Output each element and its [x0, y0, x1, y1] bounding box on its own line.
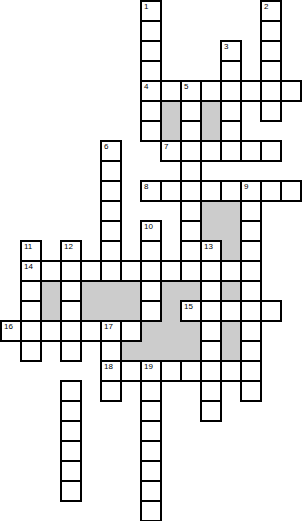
- shaded-cell: [160, 280, 182, 302]
- grid-cell[interactable]: [60, 480, 82, 502]
- grid-cell[interactable]: 5: [180, 80, 202, 102]
- grid-cell[interactable]: [240, 140, 262, 162]
- grid-cell[interactable]: 12: [60, 240, 82, 262]
- clue-number: 10: [144, 222, 153, 231]
- shaded-cell: [140, 320, 162, 342]
- clue-number: 4: [144, 82, 148, 91]
- clue-number: 18: [104, 362, 113, 371]
- grid-cell[interactable]: [160, 180, 182, 202]
- grid-cell[interactable]: 8: [140, 180, 162, 202]
- grid-cell[interactable]: [20, 300, 42, 322]
- shaded-cell: [120, 340, 142, 362]
- grid-cell[interactable]: [140, 60, 162, 82]
- shaded-cell: [120, 280, 142, 302]
- shaded-cell: [100, 300, 122, 322]
- grid-cell[interactable]: [260, 60, 282, 82]
- grid-cell[interactable]: [160, 360, 182, 382]
- clue-number: 3: [224, 42, 228, 51]
- grid-cell[interactable]: [140, 480, 162, 502]
- grid-cell[interactable]: [260, 80, 282, 102]
- grid-cell[interactable]: [200, 360, 222, 382]
- grid-cell[interactable]: 18: [100, 360, 122, 382]
- grid-cell[interactable]: [120, 260, 142, 282]
- clue-number: 7: [164, 142, 168, 151]
- clue-number: 17: [104, 322, 113, 331]
- shaded-cell: [160, 300, 182, 322]
- grid-cell[interactable]: [80, 260, 102, 282]
- grid-cell[interactable]: [240, 340, 262, 362]
- grid-cell[interactable]: [60, 260, 82, 282]
- grid-cell[interactable]: [60, 440, 82, 462]
- grid-cell[interactable]: [140, 20, 162, 42]
- grid-cell[interactable]: [60, 380, 82, 402]
- shaded-cell: [220, 200, 242, 222]
- shaded-cell: [80, 280, 102, 302]
- grid-cell[interactable]: [140, 260, 162, 282]
- grid-cell[interactable]: [240, 80, 262, 102]
- grid-cell[interactable]: 11: [20, 240, 42, 262]
- grid-cell[interactable]: [180, 120, 202, 142]
- grid-cell[interactable]: [140, 280, 162, 302]
- grid-cell[interactable]: [240, 240, 262, 262]
- shaded-cell: [160, 120, 182, 142]
- grid-cell[interactable]: [260, 140, 282, 162]
- grid-cell[interactable]: [120, 320, 142, 342]
- grid-cell[interactable]: 4: [140, 80, 162, 102]
- grid-cell[interactable]: [140, 500, 162, 521]
- shaded-cell: [200, 100, 222, 122]
- grid-cell[interactable]: [200, 320, 222, 342]
- shaded-cell: [180, 280, 202, 302]
- grid-cell[interactable]: [100, 200, 122, 222]
- shaded-cell: [40, 280, 62, 302]
- shaded-cell: [180, 340, 202, 362]
- clue-number: 11: [24, 242, 32, 251]
- clue-number: 13: [204, 242, 213, 251]
- grid-cell[interactable]: [240, 320, 262, 342]
- grid-cell[interactable]: [100, 340, 122, 362]
- grid-cell[interactable]: [160, 80, 182, 102]
- grid-cell[interactable]: [60, 300, 82, 322]
- grid-cell[interactable]: [60, 280, 82, 302]
- grid-cell[interactable]: [180, 240, 202, 262]
- grid-cell[interactable]: [240, 260, 262, 282]
- clue-number: 2: [264, 2, 268, 11]
- grid-cell[interactable]: [60, 460, 82, 482]
- grid-cell[interactable]: [140, 300, 162, 322]
- shaded-cell: [100, 280, 122, 302]
- grid-cell[interactable]: 13: [200, 240, 222, 262]
- grid-cell[interactable]: [220, 120, 242, 142]
- grid-cell[interactable]: [200, 140, 222, 162]
- grid-cell[interactable]: [200, 80, 222, 102]
- shaded-cell: [220, 280, 242, 302]
- grid-cell[interactable]: [100, 380, 122, 402]
- grid-cell[interactable]: 19: [140, 360, 162, 382]
- clue-number: 14: [24, 262, 33, 271]
- grid-cell[interactable]: 2: [260, 0, 282, 22]
- grid-cell[interactable]: [220, 360, 242, 382]
- grid-cell[interactable]: 10: [140, 220, 162, 242]
- grid-cell[interactable]: [200, 300, 222, 322]
- grid-cell[interactable]: [240, 300, 262, 322]
- shaded-cell: [160, 340, 182, 362]
- grid-cell[interactable]: [260, 100, 282, 122]
- grid-cell[interactable]: [180, 180, 202, 202]
- shaded-cell: [220, 340, 242, 362]
- clue-number: 1: [144, 2, 148, 11]
- grid-cell[interactable]: [20, 340, 42, 362]
- grid-cell[interactable]: 1: [140, 0, 162, 22]
- grid-cell[interactable]: [100, 160, 122, 182]
- clue-number: 15: [184, 302, 193, 311]
- grid-cell[interactable]: [20, 280, 42, 302]
- grid-cell[interactable]: [240, 220, 262, 242]
- shaded-cell: [40, 300, 62, 322]
- grid-cell[interactable]: [200, 180, 222, 202]
- grid-cell[interactable]: [180, 360, 202, 382]
- shaded-cell: [120, 300, 142, 322]
- shaded-cell: [200, 200, 222, 222]
- grid-cell[interactable]: [80, 320, 102, 342]
- grid-cell[interactable]: [140, 240, 162, 262]
- grid-cell[interactable]: [140, 420, 162, 442]
- shaded-cell: [220, 220, 242, 242]
- clue-number: 16: [4, 322, 13, 331]
- grid-cell[interactable]: 15: [180, 300, 202, 322]
- shaded-cell: [160, 100, 182, 122]
- grid-cell[interactable]: [220, 180, 242, 202]
- grid-cell[interactable]: [140, 380, 162, 402]
- grid-cell[interactable]: [140, 460, 162, 482]
- grid-cell[interactable]: [60, 320, 82, 342]
- grid-cell[interactable]: [240, 200, 262, 222]
- grid-cell[interactable]: [100, 220, 122, 242]
- grid-cell[interactable]: [260, 180, 282, 202]
- grid-cell[interactable]: [140, 440, 162, 462]
- grid-cell[interactable]: [200, 380, 222, 402]
- clue-number: 8: [144, 182, 148, 191]
- grid-cell[interactable]: [180, 160, 202, 182]
- shaded-cell: [200, 220, 222, 242]
- grid-cell[interactable]: [60, 420, 82, 442]
- grid-cell[interactable]: [40, 320, 62, 342]
- grid-cell[interactable]: [120, 360, 142, 382]
- grid-cell[interactable]: [20, 320, 42, 342]
- shaded-cell: [180, 320, 202, 342]
- clue-number: 12: [64, 242, 73, 251]
- grid-cell[interactable]: [260, 300, 282, 322]
- grid-cell[interactable]: 16: [0, 320, 22, 342]
- grid-cell[interactable]: [220, 60, 242, 82]
- grid-cell[interactable]: 9: [240, 180, 262, 202]
- shaded-cell: [220, 320, 242, 342]
- shaded-cell: [140, 340, 162, 362]
- grid-cell[interactable]: [200, 260, 222, 282]
- crossword-board: 12345678910111213141516171819: [0, 0, 302, 521]
- grid-cell[interactable]: [280, 180, 302, 202]
- grid-cell[interactable]: [60, 400, 82, 422]
- shaded-cell: [160, 320, 182, 342]
- grid-cell[interactable]: [220, 300, 242, 322]
- grid-cell[interactable]: [260, 40, 282, 62]
- grid-cell[interactable]: [140, 120, 162, 142]
- clue-number: 5: [184, 82, 188, 91]
- shaded-cell: [80, 300, 102, 322]
- grid-cell[interactable]: [40, 260, 62, 282]
- grid-cell[interactable]: [220, 80, 242, 102]
- grid-cell[interactable]: [240, 380, 262, 402]
- grid-cell[interactable]: 6: [100, 140, 122, 162]
- grid-cell[interactable]: [240, 280, 262, 302]
- shaded-cell: [220, 240, 242, 262]
- grid-cell[interactable]: [240, 360, 262, 382]
- grid-cell[interactable]: [180, 200, 202, 222]
- grid-cell[interactable]: [180, 100, 202, 122]
- grid-cell[interactable]: [100, 240, 122, 262]
- grid-cell[interactable]: [280, 80, 302, 102]
- grid-cell[interactable]: [260, 20, 282, 42]
- shaded-cell: [200, 120, 222, 142]
- grid-cell[interactable]: 7: [160, 140, 182, 162]
- grid-cell[interactable]: [100, 260, 122, 282]
- grid-cell[interactable]: [200, 280, 222, 302]
- grid-cell[interactable]: [180, 260, 202, 282]
- clue-number: 6: [104, 142, 108, 151]
- grid-cell[interactable]: [180, 140, 202, 162]
- grid-cell[interactable]: [200, 340, 222, 362]
- grid-cell[interactable]: [200, 400, 222, 422]
- clue-number: 19: [144, 362, 153, 371]
- grid-cell[interactable]: [160, 260, 182, 282]
- grid-cell[interactable]: [140, 400, 162, 422]
- grid-cell[interactable]: [100, 180, 122, 202]
- grid-cell[interactable]: [220, 260, 242, 282]
- grid-cell[interactable]: [60, 340, 82, 362]
- grid-cell[interactable]: [220, 140, 242, 162]
- clue-number: 9: [244, 182, 248, 191]
- grid-cell[interactable]: 3: [220, 40, 242, 62]
- grid-cell[interactable]: [180, 220, 202, 242]
- grid-cell[interactable]: [140, 40, 162, 62]
- grid-cell[interactable]: [220, 100, 242, 122]
- grid-cell[interactable]: 14: [20, 260, 42, 282]
- grid-cell[interactable]: [140, 100, 162, 122]
- grid-cell[interactable]: 17: [100, 320, 122, 342]
